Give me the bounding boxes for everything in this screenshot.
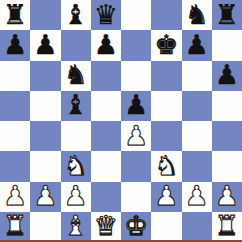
square-d3[interactable] <box>91 151 121 181</box>
square-g8[interactable]: ♞ <box>182 0 212 30</box>
square-e3[interactable] <box>121 151 151 181</box>
square-d4[interactable] <box>91 121 121 151</box>
square-e5[interactable]: ♟ <box>121 91 151 121</box>
piece-black-bishop[interactable]: ♝ <box>64 91 88 118</box>
square-a3[interactable] <box>0 151 30 181</box>
square-g3[interactable] <box>182 151 212 181</box>
square-d5[interactable] <box>91 91 121 121</box>
piece-black-queen[interactable]: ♛ <box>94 1 118 28</box>
piece-white-pawn[interactable]: ♟ <box>3 182 27 209</box>
square-e8[interactable] <box>121 0 151 30</box>
piece-white-queen[interactable]: ♛ <box>94 212 118 239</box>
square-f4[interactable] <box>151 121 181 151</box>
square-c8[interactable]: ♝ <box>61 0 91 30</box>
square-g1[interactable] <box>182 212 212 242</box>
square-c5[interactable]: ♝ <box>61 91 91 121</box>
square-f2[interactable]: ♟ <box>151 182 181 212</box>
square-g5[interactable] <box>182 91 212 121</box>
square-a7[interactable]: ♟ <box>0 30 30 60</box>
piece-white-pawn[interactable]: ♟ <box>124 122 148 149</box>
square-c1[interactable]: ♝ <box>61 212 91 242</box>
piece-white-pawn[interactable]: ♟ <box>185 182 209 209</box>
square-d2[interactable] <box>91 182 121 212</box>
square-b3[interactable] <box>30 151 60 181</box>
piece-white-king[interactable]: ♚ <box>124 212 148 239</box>
square-e1[interactable]: ♚ <box>121 212 151 242</box>
piece-black-pawn[interactable]: ♟ <box>185 31 209 58</box>
piece-black-pawn[interactable]: ♟ <box>124 91 148 118</box>
piece-black-pawn[interactable]: ♟ <box>3 31 27 58</box>
square-h1[interactable]: ♜ <box>212 212 242 242</box>
square-e2[interactable] <box>121 182 151 212</box>
piece-white-pawn[interactable]: ♟ <box>33 182 57 209</box>
square-g2[interactable]: ♟ <box>182 182 212 212</box>
piece-black-pawn[interactable]: ♟ <box>215 61 239 88</box>
square-e4[interactable]: ♟ <box>121 121 151 151</box>
square-b4[interactable] <box>30 121 60 151</box>
square-h5[interactable] <box>212 91 242 121</box>
square-h2[interactable]: ♟ <box>212 182 242 212</box>
piece-white-knight[interactable]: ♞ <box>154 152 178 179</box>
piece-white-rook[interactable]: ♜ <box>3 212 27 239</box>
square-g7[interactable]: ♟ <box>182 30 212 60</box>
piece-white-pawn[interactable]: ♟ <box>215 182 239 209</box>
piece-white-pawn[interactable]: ♟ <box>64 182 88 209</box>
piece-black-pawn[interactable]: ♟ <box>33 31 57 58</box>
square-f8[interactable] <box>151 0 181 30</box>
square-c4[interactable] <box>61 121 91 151</box>
square-b6[interactable] <box>30 61 60 91</box>
square-a6[interactable] <box>0 61 30 91</box>
square-a1[interactable]: ♜ <box>0 212 30 242</box>
square-b5[interactable] <box>30 91 60 121</box>
square-b8[interactable] <box>30 0 60 30</box>
piece-black-knight[interactable]: ♞ <box>185 1 209 28</box>
square-f1[interactable] <box>151 212 181 242</box>
square-b7[interactable]: ♟ <box>30 30 60 60</box>
piece-black-rook[interactable]: ♜ <box>215 1 239 28</box>
piece-white-pawn[interactable]: ♟ <box>154 182 178 209</box>
piece-white-rook[interactable]: ♜ <box>215 212 239 239</box>
square-a5[interactable] <box>0 91 30 121</box>
piece-white-knight[interactable]: ♞ <box>64 152 88 179</box>
square-f3[interactable]: ♞ <box>151 151 181 181</box>
square-f6[interactable] <box>151 61 181 91</box>
square-e7[interactable] <box>121 30 151 60</box>
square-f5[interactable] <box>151 91 181 121</box>
square-d1[interactable]: ♛ <box>91 212 121 242</box>
square-d7[interactable]: ♟ <box>91 30 121 60</box>
piece-black-pawn[interactable]: ♟ <box>94 31 118 58</box>
piece-black-knight[interactable]: ♞ <box>64 61 88 88</box>
square-c3[interactable]: ♞ <box>61 151 91 181</box>
piece-black-bishop[interactable]: ♝ <box>64 1 88 28</box>
piece-black-king[interactable]: ♚ <box>154 31 178 58</box>
square-b1[interactable] <box>30 212 60 242</box>
square-a8[interactable]: ♜ <box>0 0 30 30</box>
square-g4[interactable] <box>182 121 212 151</box>
square-h4[interactable] <box>212 121 242 151</box>
square-b2[interactable]: ♟ <box>30 182 60 212</box>
square-c7[interactable] <box>61 30 91 60</box>
square-h3[interactable] <box>212 151 242 181</box>
square-a2[interactable]: ♟ <box>0 182 30 212</box>
chess-board-container: ♜♝♛♞♜♟♟♟♚♟♞♟♝♟♟♞♞♟♟♟♟♟♟♜♝♛♚♜ <box>0 0 242 242</box>
square-h8[interactable]: ♜ <box>212 0 242 30</box>
square-h7[interactable] <box>212 30 242 60</box>
square-g6[interactable] <box>182 61 212 91</box>
square-d8[interactable]: ♛ <box>91 0 121 30</box>
chess-board: ♜♝♛♞♜♟♟♟♚♟♞♟♝♟♟♞♞♟♟♟♟♟♟♜♝♛♚♜ <box>0 0 242 242</box>
piece-black-rook[interactable]: ♜ <box>3 1 27 28</box>
square-c2[interactable]: ♟ <box>61 182 91 212</box>
square-d6[interactable] <box>91 61 121 91</box>
square-c6[interactable]: ♞ <box>61 61 91 91</box>
square-a4[interactable] <box>0 121 30 151</box>
square-e6[interactable] <box>121 61 151 91</box>
square-h6[interactable]: ♟ <box>212 61 242 91</box>
piece-white-bishop[interactable]: ♝ <box>64 212 88 239</box>
square-f7[interactable]: ♚ <box>151 30 181 60</box>
